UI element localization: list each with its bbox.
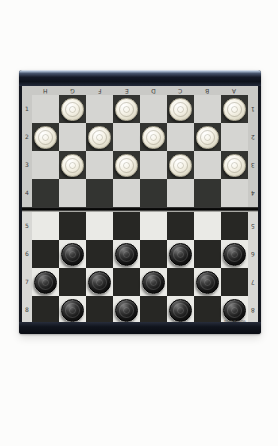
- square-e3[interactable]: [113, 151, 140, 179]
- square-g6[interactable]: [59, 240, 86, 268]
- coord-top-file-c-label: C: [178, 88, 182, 94]
- square-f8[interactable]: [86, 296, 113, 324]
- coord-right-rank-7-label: 7: [251, 279, 255, 285]
- square-a5[interactable]: [221, 212, 248, 240]
- coord-top-file-f-label: F: [98, 88, 101, 94]
- piece-white-g1[interactable]: [61, 98, 84, 121]
- square-g3[interactable]: [59, 151, 86, 179]
- square-a8[interactable]: MADE IN CHINA: [221, 296, 248, 324]
- square-e4[interactable]: [113, 179, 140, 207]
- square-c7[interactable]: [167, 268, 194, 296]
- piece-black-a6[interactable]: [223, 243, 246, 266]
- coord-left-rank-1-label: 1: [25, 106, 29, 112]
- coord-corner-top-right: [248, 86, 258, 95]
- coord-left-rank-3-label: 3: [25, 162, 29, 168]
- square-c8[interactable]: [167, 296, 194, 324]
- square-f2[interactable]: [86, 123, 113, 151]
- square-e8[interactable]: [113, 296, 140, 324]
- coord-right-rank-2: 2: [248, 123, 258, 151]
- coord-right-rank-3-label: 3: [251, 162, 255, 168]
- square-h5[interactable]: [32, 212, 59, 240]
- piece-black-g6[interactable]: [61, 243, 84, 266]
- square-d3[interactable]: [140, 151, 167, 179]
- square-c3[interactable]: [167, 151, 194, 179]
- square-e1[interactable]: [113, 95, 140, 123]
- coord-left-rank-6: 6: [22, 240, 32, 268]
- square-d7[interactable]: [140, 268, 167, 296]
- square-c4[interactable]: [167, 179, 194, 207]
- coord-top-file-a-label: A: [232, 88, 236, 94]
- square-e7[interactable]: [113, 268, 140, 296]
- coord-right-rank-4-label: 4: [251, 190, 255, 196]
- square-d5[interactable]: [140, 212, 167, 240]
- coord-right-rank-8: 8: [248, 296, 258, 324]
- coord-left-rank-6-label: 6: [25, 251, 29, 257]
- coord-top-file-g: G: [59, 86, 86, 95]
- coord-top-file-g-label: G: [70, 88, 75, 94]
- piece-black-b7[interactable]: [196, 271, 219, 294]
- square-e5[interactable]: [113, 212, 140, 240]
- coord-top-file-f: F: [86, 86, 113, 95]
- square-f4[interactable]: [86, 179, 113, 207]
- coord-right-rank-1-label: 1: [251, 106, 255, 112]
- piece-black-c8[interactable]: [169, 299, 192, 322]
- square-b4[interactable]: [194, 179, 221, 207]
- square-c1[interactable]: [167, 95, 194, 123]
- square-a2[interactable]: [221, 123, 248, 151]
- board-frame-bottom-edge: [19, 322, 261, 334]
- square-g4[interactable]: [59, 179, 86, 207]
- square-c5[interactable]: [167, 212, 194, 240]
- square-f5[interactable]: [86, 212, 113, 240]
- piece-black-f7[interactable]: [88, 271, 111, 294]
- square-b8[interactable]: [194, 296, 221, 324]
- coord-top-file-h-label: H: [43, 88, 48, 94]
- square-a6[interactable]: [221, 240, 248, 268]
- board-playing-surface: HGFEDCBA112233445566778MADE IN CHINA8HGF…: [22, 86, 258, 322]
- coord-top-file-b: B: [194, 86, 221, 95]
- coord-left-rank-4: 4: [22, 179, 32, 207]
- coord-left-rank-4-label: 4: [25, 190, 29, 196]
- piece-black-a8[interactable]: [223, 299, 246, 322]
- piece-white-b2[interactable]: [196, 126, 219, 149]
- square-e2[interactable]: [113, 123, 140, 151]
- piece-white-f2[interactable]: [88, 126, 111, 149]
- coord-right-rank-1: 1: [248, 95, 258, 123]
- square-f6[interactable]: [86, 240, 113, 268]
- square-f7[interactable]: [86, 268, 113, 296]
- square-b1[interactable]: [194, 95, 221, 123]
- square-d6[interactable]: [140, 240, 167, 268]
- coord-left-rank-7-label: 7: [25, 279, 29, 285]
- piece-black-d7[interactable]: [142, 271, 165, 294]
- coord-left-rank-2: 2: [22, 123, 32, 151]
- square-b5[interactable]: [194, 212, 221, 240]
- coord-right-rank-5: 5: [248, 212, 258, 240]
- coord-left-rank-5-label: 5: [25, 223, 29, 229]
- square-g7[interactable]: [59, 268, 86, 296]
- coord-right-rank-3: 3: [248, 151, 258, 179]
- square-g8[interactable]: [59, 296, 86, 324]
- square-h6[interactable]: [32, 240, 59, 268]
- coord-right-rank-8-label: 8: [251, 307, 255, 313]
- square-b7[interactable]: [194, 268, 221, 296]
- square-b6[interactable]: [194, 240, 221, 268]
- piece-black-g8[interactable]: [61, 299, 84, 322]
- square-b2[interactable]: [194, 123, 221, 151]
- square-h4[interactable]: [32, 179, 59, 207]
- coord-right-rank-4: 4: [248, 179, 258, 207]
- square-h3[interactable]: [32, 151, 59, 179]
- coord-left-rank-2-label: 2: [25, 134, 29, 140]
- square-h7[interactable]: [32, 268, 59, 296]
- photo-background: HGFEDCBA112233445566778MADE IN CHINA8HGF…: [0, 0, 278, 446]
- piece-black-e8[interactable]: [115, 299, 138, 322]
- piece-white-e3[interactable]: [115, 154, 138, 177]
- coord-top-file-e: E: [113, 86, 140, 95]
- piece-black-e6[interactable]: [115, 243, 138, 266]
- board-frame-top-edge: [19, 70, 261, 86]
- piece-black-h7[interactable]: [34, 271, 57, 294]
- square-g5[interactable]: [59, 212, 86, 240]
- piece-white-d2[interactable]: [142, 126, 165, 149]
- square-d8[interactable]: [140, 296, 167, 324]
- piece-white-a3[interactable]: [223, 154, 246, 177]
- coord-corner-top-left: [22, 86, 32, 95]
- square-a3[interactable]: [221, 151, 248, 179]
- square-h2[interactable]: [32, 123, 59, 151]
- coord-left-rank-3: 3: [22, 151, 32, 179]
- coord-top-file-b-label: B: [205, 88, 209, 94]
- square-d1[interactable]: [140, 95, 167, 123]
- coord-left-rank-7: 7: [22, 268, 32, 296]
- piece-white-a1[interactable]: [223, 98, 246, 121]
- coord-top-file-d-label: D: [151, 88, 156, 94]
- game-board: HGFEDCBA112233445566778MADE IN CHINA8HGF…: [19, 70, 261, 334]
- piece-white-c1[interactable]: [169, 98, 192, 121]
- square-c2[interactable]: [167, 123, 194, 151]
- piece-black-c6[interactable]: [169, 243, 192, 266]
- square-h1[interactable]: [32, 95, 59, 123]
- coord-left-rank-5: 5: [22, 212, 32, 240]
- piece-white-e1[interactable]: [115, 98, 138, 121]
- square-g1[interactable]: [59, 95, 86, 123]
- coord-top-file-h: H: [32, 86, 59, 95]
- coord-top-file-c: C: [167, 86, 194, 95]
- coord-top-file-a: A: [221, 86, 248, 95]
- square-f3[interactable]: [86, 151, 113, 179]
- square-a4[interactable]: [221, 179, 248, 207]
- coord-left-rank-1: 1: [22, 95, 32, 123]
- square-d2[interactable]: [140, 123, 167, 151]
- square-b3[interactable]: [194, 151, 221, 179]
- coord-right-rank-6-label: 6: [251, 251, 255, 257]
- square-f1[interactable]: [86, 95, 113, 123]
- piece-white-g3[interactable]: [61, 154, 84, 177]
- square-c6[interactable]: [167, 240, 194, 268]
- coord-right-rank-6: 6: [248, 240, 258, 268]
- square-a1[interactable]: [221, 95, 248, 123]
- coord-top-file-d: D: [140, 86, 167, 95]
- board-grid: HGFEDCBA112233445566778MADE IN CHINA8HGF…: [22, 86, 258, 322]
- piece-white-h2[interactable]: [34, 126, 57, 149]
- square-e6[interactable]: [113, 240, 140, 268]
- square-d4[interactable]: [140, 179, 167, 207]
- square-h8[interactable]: [32, 296, 59, 324]
- coord-top-file-e-label: E: [125, 88, 129, 94]
- coord-left-rank-8: 8: [22, 296, 32, 324]
- square-a7[interactable]: [221, 268, 248, 296]
- coord-right-rank-7: 7: [248, 268, 258, 296]
- coord-left-rank-8-label: 8: [25, 307, 29, 313]
- piece-white-c3[interactable]: [169, 154, 192, 177]
- coord-right-rank-2-label: 2: [251, 134, 255, 140]
- square-g2[interactable]: [59, 123, 86, 151]
- coord-right-rank-5-label: 5: [251, 223, 255, 229]
